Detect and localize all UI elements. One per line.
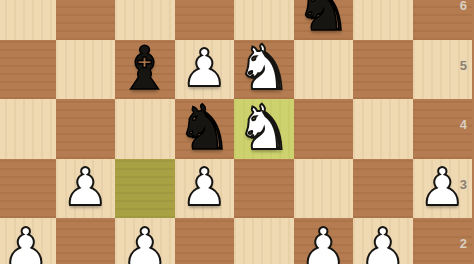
- white-pawn-d3[interactable]: ♟: [181, 161, 228, 213]
- square-h4[interactable]: 4: [413, 99, 473, 159]
- square-g2[interactable]: ♟: [353, 218, 413, 264]
- white-pawn-g2[interactable]: ♟: [359, 221, 406, 264]
- white-pawn-c2[interactable]: ♟: [121, 221, 168, 264]
- square-b4[interactable]: [56, 99, 116, 159]
- square-c2[interactable]: ♟: [115, 218, 175, 264]
- rank-label-2: 2: [460, 237, 467, 250]
- square-a5[interactable]: [0, 40, 56, 100]
- square-b5[interactable]: [56, 40, 116, 100]
- black-knight-d4[interactable]: ♞: [176, 97, 232, 159]
- square-g6[interactable]: [353, 0, 413, 40]
- square-a3[interactable]: [0, 159, 56, 219]
- white-pawn-b3[interactable]: ♟: [62, 161, 109, 213]
- square-g4[interactable]: [353, 99, 413, 159]
- rank-label-5: 5: [460, 59, 467, 72]
- chess-board: ♞6♝♟♞5♞♞4♟♟♟3♟♟♟♟2: [0, 0, 472, 264]
- square-c3[interactable]: [115, 159, 175, 219]
- white-pawn-h3[interactable]: ♟: [419, 161, 466, 213]
- square-a4[interactable]: [0, 99, 56, 159]
- square-d6[interactable]: [175, 0, 235, 40]
- square-a2[interactable]: ♟: [0, 218, 56, 264]
- white-knight-e4[interactable]: ♞: [236, 97, 292, 159]
- square-h5[interactable]: 5: [413, 40, 473, 100]
- square-h6[interactable]: 6: [413, 0, 473, 40]
- white-pawn-f2[interactable]: ♟: [300, 221, 347, 264]
- square-b3[interactable]: ♟: [56, 159, 116, 219]
- square-b2[interactable]: [56, 218, 116, 264]
- square-f2[interactable]: ♟: [294, 218, 354, 264]
- square-d3[interactable]: ♟: [175, 159, 235, 219]
- square-d4[interactable]: ♞: [175, 99, 235, 159]
- square-a6[interactable]: [0, 0, 56, 40]
- square-f3[interactable]: [294, 159, 354, 219]
- square-g5[interactable]: [353, 40, 413, 100]
- square-f6[interactable]: ♞: [294, 0, 354, 40]
- square-c5[interactable]: ♝: [115, 40, 175, 100]
- rank-label-4: 4: [460, 118, 467, 131]
- square-f4[interactable]: [294, 99, 354, 159]
- white-pawn-a2[interactable]: ♟: [2, 221, 49, 264]
- square-e3[interactable]: [234, 159, 294, 219]
- rank-label-3: 3: [460, 178, 467, 191]
- chess-board-viewport: ♞6♝♟♞5♞♞4♟♟♟3♟♟♟♟2: [0, 0, 474, 264]
- white-pawn-d5[interactable]: ♟: [181, 42, 228, 94]
- square-c4[interactable]: [115, 99, 175, 159]
- square-e4[interactable]: ♞: [234, 99, 294, 159]
- square-h2[interactable]: 2: [413, 218, 473, 264]
- square-f5[interactable]: [294, 40, 354, 100]
- square-b6[interactable]: [56, 0, 116, 40]
- black-knight-f6[interactable]: ♞: [295, 0, 351, 40]
- square-d2[interactable]: [175, 218, 235, 264]
- black-bishop-c5[interactable]: ♝: [118, 38, 172, 98]
- square-h3[interactable]: ♟3: [413, 159, 473, 219]
- rank-label-6: 6: [460, 0, 467, 12]
- square-g3[interactable]: [353, 159, 413, 219]
- square-e2[interactable]: [234, 218, 294, 264]
